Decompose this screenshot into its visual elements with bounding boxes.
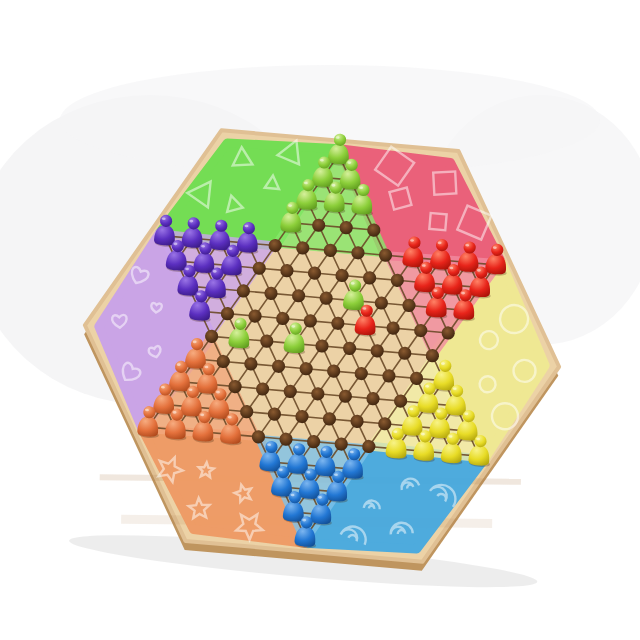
chinese-checkers-board [0,0,640,640]
product-photo [0,0,640,640]
